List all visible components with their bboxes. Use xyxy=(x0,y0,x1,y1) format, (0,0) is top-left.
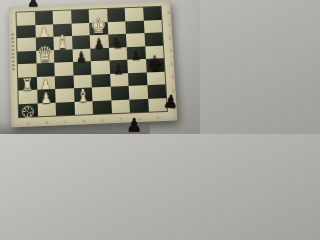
square-g5[interactable]: ♟ xyxy=(127,46,146,60)
captured-piece-top[interactable]: ♟ xyxy=(27,0,40,8)
rank-label-7: 7 xyxy=(168,19,171,32)
square-g2[interactable] xyxy=(129,85,148,99)
captured-piece-right-border[interactable]: ♟ xyxy=(162,92,178,110)
file-label-a: a xyxy=(19,121,38,126)
square-c8[interactable] xyxy=(53,10,71,23)
white-pawn-b7[interactable]: ♟ xyxy=(39,25,50,40)
black-king-h4[interactable]: ♚ xyxy=(147,53,163,74)
square-f2[interactable] xyxy=(110,86,129,100)
square-h7[interactable] xyxy=(143,20,162,34)
square-e7[interactable]: ♚ xyxy=(89,22,108,36)
rank-label-6: 6 xyxy=(168,32,171,45)
black-knight-f6[interactable]: ♞ xyxy=(111,32,124,49)
square-a3[interactable]: ♜ xyxy=(18,77,37,91)
square-b3[interactable]: ♟ xyxy=(36,76,55,90)
file-labels: abcdefgh xyxy=(19,116,167,126)
square-h8[interactable] xyxy=(143,7,162,20)
rank-label-8: 8 xyxy=(167,6,170,19)
captured-piece-bottom-table[interactable]: ♟ xyxy=(126,116,142,134)
square-d7[interactable] xyxy=(71,22,90,36)
square-h6[interactable] xyxy=(144,32,163,46)
black-pawn-d5[interactable]: ♟ xyxy=(76,49,87,64)
brand-text-marking xyxy=(11,34,15,71)
file-label-d: d xyxy=(75,119,94,124)
rank-label-3: 3 xyxy=(171,71,174,84)
square-f8[interactable] xyxy=(107,8,126,21)
square-a6[interactable] xyxy=(17,37,36,51)
square-b7[interactable]: ♟ xyxy=(35,24,54,38)
square-a8[interactable] xyxy=(17,12,35,26)
square-e3[interactable] xyxy=(91,74,110,88)
black-pawn-f4[interactable]: ♟ xyxy=(113,60,124,75)
black-pawn-g5[interactable]: ♟ xyxy=(130,47,141,62)
white-bishop-d2[interactable]: ♝ xyxy=(76,86,89,104)
square-e1[interactable] xyxy=(92,100,111,114)
square-c6[interactable]: ♝ xyxy=(53,36,72,50)
square-d5[interactable]: ♟ xyxy=(72,48,91,62)
photo-canvas: ♟♚♝♟♞♛♟♟♟♚♜♟♟♝ abcdefgh 87654321 ♟ ♟ ♟ xyxy=(0,0,200,134)
square-f4[interactable]: ♟ xyxy=(109,60,128,74)
rank-label-4: 4 xyxy=(170,58,173,71)
black-pawn-e6[interactable]: ♟ xyxy=(94,35,105,50)
square-c3[interactable] xyxy=(55,75,74,89)
square-e2[interactable] xyxy=(92,87,111,101)
square-b5[interactable]: ♛ xyxy=(36,50,55,64)
white-rook-a3[interactable]: ♜ xyxy=(21,76,33,92)
square-b2[interactable]: ♟ xyxy=(37,89,56,103)
square-g1[interactable] xyxy=(129,98,148,112)
file-label-h: h xyxy=(149,116,168,121)
square-g3[interactable] xyxy=(128,72,147,86)
white-pawn-b2[interactable]: ♟ xyxy=(41,90,52,105)
white-bishop-c6[interactable]: ♝ xyxy=(56,33,70,51)
square-d2[interactable]: ♝ xyxy=(74,87,93,101)
square-a7[interactable] xyxy=(17,25,35,39)
chess-board: ♟♚♝♟♞♛♟♟♟♚♜♟♟♝ abcdefgh 87654321 xyxy=(9,1,178,128)
square-h4[interactable]: ♚ xyxy=(145,58,164,72)
square-c2[interactable] xyxy=(55,88,74,102)
file-label-b: b xyxy=(38,121,57,126)
square-c1[interactable] xyxy=(56,101,75,115)
square-a5[interactable] xyxy=(17,50,36,64)
square-g8[interactable] xyxy=(125,7,144,20)
square-e4[interactable] xyxy=(91,60,110,74)
square-f6[interactable]: ♞ xyxy=(108,34,127,48)
file-label-e: e xyxy=(93,118,112,123)
board-border: ♟♚♝♟♞♛♟♟♟♚♜♟♟♝ abcdefgh 87654321 xyxy=(9,1,178,128)
square-c4[interactable] xyxy=(54,62,73,76)
file-label-c: c xyxy=(56,120,75,125)
square-d8[interactable] xyxy=(71,10,90,23)
rank-label-5: 5 xyxy=(169,45,172,58)
square-f1[interactable] xyxy=(111,99,130,113)
white-queen-b5[interactable]: ♛ xyxy=(37,44,53,65)
board-grid: ♟♚♝♟♞♛♟♟♟♚♜♟♟♝ xyxy=(17,7,167,117)
square-g7[interactable] xyxy=(125,20,144,34)
